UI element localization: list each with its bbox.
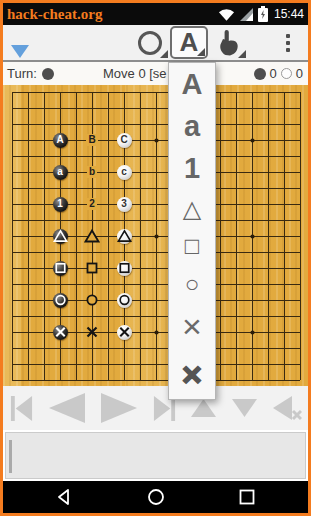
board-point[interactable] xyxy=(52,180,68,196)
board-point[interactable] xyxy=(52,85,68,100)
board-point[interactable] xyxy=(148,292,164,308)
menu-item-mark-cross[interactable]: × xyxy=(169,302,215,350)
board-point[interactable] xyxy=(20,340,36,356)
board-point[interactable] xyxy=(20,196,36,212)
board-point[interactable] xyxy=(292,260,308,276)
board-point[interactable] xyxy=(20,308,36,324)
board-point[interactable] xyxy=(276,132,292,148)
board-point[interactable] xyxy=(132,196,148,212)
board-point[interactable] xyxy=(20,180,36,196)
board-point[interactable]: a xyxy=(52,164,68,180)
board-point[interactable] xyxy=(132,356,148,372)
next-move-button[interactable] xyxy=(99,391,140,425)
board-point[interactable] xyxy=(84,100,100,116)
board-point[interactable] xyxy=(68,116,84,132)
board-point[interactable] xyxy=(276,148,292,164)
board-point[interactable] xyxy=(228,164,244,180)
board-point[interactable] xyxy=(132,132,148,148)
board-point[interactable] xyxy=(276,228,292,244)
overflow-menu-button[interactable] xyxy=(275,26,301,59)
board-point[interactable] xyxy=(84,276,100,292)
board-point[interactable] xyxy=(100,244,116,260)
board-point[interactable] xyxy=(52,308,68,324)
board-point[interactable] xyxy=(68,228,84,244)
board-point[interactable] xyxy=(100,260,116,276)
board-point[interactable] xyxy=(68,196,84,212)
black-stone[interactable]: 1 xyxy=(53,197,68,212)
board-point[interactable] xyxy=(100,100,116,116)
white-stone[interactable]: 3 xyxy=(117,197,132,212)
board-point[interactable] xyxy=(100,276,116,292)
board-point[interactable] xyxy=(84,180,100,196)
board-point[interactable] xyxy=(100,85,116,100)
board-point[interactable] xyxy=(276,244,292,260)
white-stone[interactable]: C xyxy=(117,133,132,148)
board-point[interactable] xyxy=(292,100,308,116)
board-point[interactable] xyxy=(36,196,52,212)
board-point[interactable] xyxy=(52,324,68,340)
board-point[interactable] xyxy=(36,228,52,244)
board-point[interactable] xyxy=(260,228,276,244)
board-point[interactable] xyxy=(228,260,244,276)
board-point[interactable] xyxy=(260,372,276,386)
board-point[interactable] xyxy=(52,340,68,356)
board-point[interactable] xyxy=(276,372,292,386)
board-point[interactable] xyxy=(244,100,260,116)
board-point[interactable] xyxy=(228,116,244,132)
board-point[interactable] xyxy=(132,260,148,276)
board-point[interactable] xyxy=(148,164,164,180)
board-point[interactable] xyxy=(228,340,244,356)
board-point[interactable] xyxy=(36,244,52,260)
board-point[interactable] xyxy=(132,292,148,308)
board-point[interactable] xyxy=(244,340,260,356)
board-point[interactable] xyxy=(276,356,292,372)
board-point[interactable] xyxy=(4,308,20,324)
board-point[interactable] xyxy=(132,340,148,356)
board-point[interactable] xyxy=(100,180,116,196)
board-point[interactable] xyxy=(116,148,132,164)
board-point[interactable] xyxy=(36,132,52,148)
board-point[interactable] xyxy=(68,356,84,372)
board-point[interactable] xyxy=(132,244,148,260)
board-point[interactable] xyxy=(260,276,276,292)
board-point[interactable] xyxy=(276,340,292,356)
board-point[interactable] xyxy=(4,276,20,292)
board-point[interactable] xyxy=(4,100,20,116)
board-point[interactable] xyxy=(84,148,100,164)
board-point[interactable] xyxy=(52,244,68,260)
board-point[interactable] xyxy=(276,164,292,180)
board-point[interactable] xyxy=(36,260,52,276)
board-point[interactable] xyxy=(84,116,100,132)
board-point[interactable] xyxy=(132,308,148,324)
board-point[interactable] xyxy=(292,212,308,228)
board-point[interactable] xyxy=(100,292,116,308)
board-point[interactable]: b xyxy=(84,164,100,180)
board-point[interactable] xyxy=(84,340,100,356)
board-point[interactable] xyxy=(100,356,116,372)
board-point[interactable] xyxy=(228,180,244,196)
board-point[interactable] xyxy=(116,340,132,356)
board-point[interactable] xyxy=(100,212,116,228)
board-point[interactable] xyxy=(68,148,84,164)
board-point[interactable] xyxy=(36,85,52,100)
board-point[interactable] xyxy=(228,308,244,324)
board-point[interactable] xyxy=(148,324,164,340)
board-point[interactable] xyxy=(84,356,100,372)
board-point[interactable] xyxy=(292,180,308,196)
board-point[interactable]: 2 xyxy=(84,196,100,212)
board-point[interactable] xyxy=(100,372,116,386)
board-point[interactable] xyxy=(100,132,116,148)
board-point[interactable] xyxy=(292,276,308,292)
board-point[interactable] xyxy=(260,116,276,132)
board-point[interactable] xyxy=(84,260,100,276)
variation-indicator-icon[interactable] xyxy=(11,45,29,58)
board-point[interactable] xyxy=(292,372,308,386)
board-point[interactable]: 3 xyxy=(116,196,132,212)
board-point[interactable] xyxy=(20,292,36,308)
white-stone[interactable] xyxy=(117,293,132,308)
board-point[interactable] xyxy=(276,212,292,228)
board-point[interactable] xyxy=(244,148,260,164)
board-point[interactable] xyxy=(148,148,164,164)
board-point[interactable] xyxy=(244,196,260,212)
board-point[interactable] xyxy=(36,340,52,356)
board-point[interactable] xyxy=(244,260,260,276)
board-point[interactable] xyxy=(20,228,36,244)
board-point[interactable] xyxy=(148,196,164,212)
white-stone[interactable] xyxy=(117,261,132,276)
board-point[interactable] xyxy=(276,276,292,292)
board-point[interactable] xyxy=(52,292,68,308)
board-point[interactable] xyxy=(116,228,132,244)
board-point[interactable] xyxy=(100,228,116,244)
board-point[interactable] xyxy=(116,180,132,196)
board-point[interactable] xyxy=(244,164,260,180)
board-point[interactable] xyxy=(20,212,36,228)
board-point[interactable] xyxy=(4,292,20,308)
board-point[interactable] xyxy=(260,340,276,356)
menu-item-mark-triangle[interactable]: △ xyxy=(169,190,215,227)
board-point[interactable] xyxy=(36,212,52,228)
board-point[interactable] xyxy=(68,260,84,276)
board-point[interactable] xyxy=(68,132,84,148)
board-point[interactable] xyxy=(68,324,84,340)
board-point[interactable] xyxy=(276,196,292,212)
board-point[interactable]: C xyxy=(116,132,132,148)
board-point[interactable] xyxy=(100,308,116,324)
board-point[interactable] xyxy=(20,148,36,164)
board-point[interactable] xyxy=(228,292,244,308)
board-point[interactable] xyxy=(116,100,132,116)
black-stone[interactable] xyxy=(53,293,68,308)
board-point[interactable] xyxy=(36,324,52,340)
board-point[interactable] xyxy=(260,324,276,340)
board-point[interactable] xyxy=(4,356,20,372)
previous-move-button[interactable] xyxy=(46,391,87,425)
board-point[interactable] xyxy=(4,228,20,244)
board-point[interactable] xyxy=(52,260,68,276)
board-point[interactable] xyxy=(244,276,260,292)
board-point[interactable] xyxy=(260,212,276,228)
board-point[interactable] xyxy=(52,228,68,244)
board-point[interactable] xyxy=(148,372,164,386)
board-point[interactable] xyxy=(20,116,36,132)
white-stone[interactable] xyxy=(117,325,132,340)
board-point[interactable] xyxy=(260,85,276,100)
next-variation-button[interactable] xyxy=(230,397,259,419)
board-point[interactable] xyxy=(132,164,148,180)
board-point[interactable] xyxy=(100,148,116,164)
play-stone-tool-button[interactable] xyxy=(131,26,169,59)
board-point[interactable] xyxy=(68,180,84,196)
board-point[interactable] xyxy=(116,372,132,386)
board-point[interactable] xyxy=(228,85,244,100)
board-point[interactable] xyxy=(228,148,244,164)
board-point[interactable] xyxy=(132,100,148,116)
board-point[interactable] xyxy=(36,356,52,372)
board-point[interactable] xyxy=(244,85,260,100)
board-point[interactable] xyxy=(52,148,68,164)
board-point[interactable] xyxy=(116,244,132,260)
board-point[interactable] xyxy=(84,85,100,100)
board-point[interactable] xyxy=(260,148,276,164)
board-point[interactable] xyxy=(116,85,132,100)
board-point[interactable] xyxy=(148,308,164,324)
board-point[interactable] xyxy=(20,132,36,148)
board-point[interactable] xyxy=(68,308,84,324)
board-point[interactable] xyxy=(276,324,292,340)
board-point[interactable] xyxy=(132,324,148,340)
board-point[interactable] xyxy=(84,324,100,340)
board-point[interactable] xyxy=(244,356,260,372)
board-point[interactable] xyxy=(20,372,36,386)
board-point[interactable] xyxy=(116,116,132,132)
board-point[interactable] xyxy=(132,372,148,386)
board-point[interactable] xyxy=(100,116,116,132)
board-point[interactable] xyxy=(84,292,100,308)
board-point[interactable] xyxy=(20,244,36,260)
board-point[interactable] xyxy=(148,85,164,100)
menu-item-mark-circle[interactable]: ○ xyxy=(169,265,215,302)
board-point[interactable] xyxy=(116,260,132,276)
board-point[interactable] xyxy=(68,292,84,308)
board-point[interactable] xyxy=(52,356,68,372)
board-point[interactable] xyxy=(84,244,100,260)
board-point[interactable] xyxy=(68,244,84,260)
board-point[interactable] xyxy=(260,180,276,196)
board-point[interactable] xyxy=(244,372,260,386)
board-point[interactable] xyxy=(148,228,164,244)
board-point[interactable] xyxy=(244,308,260,324)
board-point[interactable] xyxy=(148,340,164,356)
board-point[interactable] xyxy=(244,324,260,340)
board-point[interactable] xyxy=(4,148,20,164)
board-point[interactable] xyxy=(20,164,36,180)
board-point[interactable] xyxy=(52,372,68,386)
board-point[interactable] xyxy=(116,212,132,228)
board-point[interactable] xyxy=(276,100,292,116)
board-point[interactable] xyxy=(132,116,148,132)
hand-tool-button[interactable] xyxy=(209,26,247,59)
board-point[interactable] xyxy=(100,164,116,180)
board-point[interactable] xyxy=(244,180,260,196)
board-point[interactable] xyxy=(244,116,260,132)
board-point[interactable] xyxy=(260,308,276,324)
board-point[interactable] xyxy=(228,100,244,116)
board-point[interactable] xyxy=(228,372,244,386)
board-point[interactable] xyxy=(100,340,116,356)
board-point[interactable] xyxy=(36,372,52,386)
board-point[interactable] xyxy=(36,164,52,180)
board-point[interactable] xyxy=(260,100,276,116)
board-point[interactable] xyxy=(276,116,292,132)
board-point[interactable] xyxy=(4,196,20,212)
board-point[interactable] xyxy=(260,292,276,308)
board-point[interactable] xyxy=(100,196,116,212)
board-point[interactable] xyxy=(148,356,164,372)
board-point[interactable] xyxy=(116,324,132,340)
board-point[interactable] xyxy=(84,212,100,228)
board-point[interactable] xyxy=(116,356,132,372)
board-point[interactable] xyxy=(116,276,132,292)
black-stone[interactable] xyxy=(53,229,68,244)
board-point[interactable] xyxy=(260,196,276,212)
board-point[interactable] xyxy=(276,85,292,100)
menu-item-label-uppercase[interactable]: A xyxy=(169,63,215,105)
label-tool-button-selected[interactable]: A xyxy=(170,26,208,59)
board-point[interactable] xyxy=(4,324,20,340)
white-stone[interactable] xyxy=(117,229,132,244)
board-point[interactable] xyxy=(292,148,308,164)
board-point[interactable] xyxy=(4,85,20,100)
board-point[interactable] xyxy=(148,244,164,260)
board-point[interactable] xyxy=(84,308,100,324)
board-point[interactable] xyxy=(36,180,52,196)
board-point[interactable] xyxy=(52,276,68,292)
board-point[interactable] xyxy=(84,372,100,386)
board-point[interactable] xyxy=(228,132,244,148)
board-point[interactable]: 1 xyxy=(52,196,68,212)
board-point[interactable] xyxy=(148,180,164,196)
board-point[interactable] xyxy=(228,324,244,340)
menu-item-label-number[interactable]: 1 xyxy=(169,148,215,190)
undo-delete-button[interactable] xyxy=(271,395,302,422)
board-point[interactable] xyxy=(292,132,308,148)
board-point[interactable] xyxy=(244,212,260,228)
board-point[interactable] xyxy=(148,260,164,276)
board-point[interactable] xyxy=(116,308,132,324)
board-point[interactable] xyxy=(132,276,148,292)
board-point[interactable] xyxy=(260,132,276,148)
board-point[interactable] xyxy=(116,292,132,308)
skip-to-start-button[interactable] xyxy=(9,394,34,423)
board-point[interactable] xyxy=(148,132,164,148)
board-point[interactable] xyxy=(68,340,84,356)
board-point[interactable] xyxy=(68,164,84,180)
board-point[interactable] xyxy=(4,180,20,196)
black-stone[interactable] xyxy=(53,325,68,340)
board-point[interactable] xyxy=(4,116,20,132)
board-point[interactable] xyxy=(132,180,148,196)
board-point[interactable] xyxy=(52,100,68,116)
board-point[interactable] xyxy=(228,228,244,244)
recents-button[interactable] xyxy=(238,488,256,506)
board-point[interactable] xyxy=(292,228,308,244)
board-point[interactable] xyxy=(292,308,308,324)
white-stone[interactable]: c xyxy=(117,165,132,180)
comment-scrollbar[interactable] xyxy=(9,440,12,473)
board-point[interactable] xyxy=(132,228,148,244)
board-point[interactable] xyxy=(132,212,148,228)
board-point[interactable] xyxy=(244,244,260,260)
board-point[interactable] xyxy=(228,244,244,260)
board-point[interactable] xyxy=(4,244,20,260)
board-point[interactable] xyxy=(36,308,52,324)
board-point[interactable] xyxy=(228,212,244,228)
board-point[interactable] xyxy=(292,244,308,260)
back-button[interactable] xyxy=(55,488,73,506)
board-point[interactable] xyxy=(148,212,164,228)
board-point[interactable] xyxy=(228,356,244,372)
board-point[interactable] xyxy=(68,212,84,228)
board-point[interactable] xyxy=(68,100,84,116)
board-point[interactable] xyxy=(20,85,36,100)
board-point[interactable] xyxy=(260,164,276,180)
board-point[interactable] xyxy=(4,132,20,148)
board-point[interactable] xyxy=(68,85,84,100)
board-point[interactable] xyxy=(20,100,36,116)
board-point[interactable] xyxy=(292,85,308,100)
board-point[interactable] xyxy=(20,260,36,276)
board-point[interactable] xyxy=(4,340,20,356)
board-point[interactable] xyxy=(4,372,20,386)
board-point[interactable] xyxy=(244,228,260,244)
menu-item-label-lowercase[interactable]: a xyxy=(169,105,215,147)
board-point[interactable] xyxy=(100,324,116,340)
board-point[interactable] xyxy=(292,196,308,212)
board-point[interactable] xyxy=(228,196,244,212)
board-point[interactable] xyxy=(4,164,20,180)
board-point[interactable] xyxy=(292,324,308,340)
board-point[interactable]: B xyxy=(84,132,100,148)
board-point[interactable] xyxy=(276,260,292,276)
board-point[interactable] xyxy=(292,164,308,180)
board-point[interactable] xyxy=(36,148,52,164)
menu-item-mark-square[interactable]: □ xyxy=(169,228,215,265)
board-point[interactable] xyxy=(36,276,52,292)
board-point[interactable] xyxy=(292,116,308,132)
board-point[interactable] xyxy=(20,356,36,372)
board-point[interactable] xyxy=(36,116,52,132)
board-point[interactable] xyxy=(276,308,292,324)
board-point[interactable] xyxy=(292,340,308,356)
board-point[interactable] xyxy=(244,292,260,308)
board-point[interactable] xyxy=(20,324,36,340)
board-point[interactable]: A xyxy=(52,132,68,148)
board-point[interactable] xyxy=(228,276,244,292)
black-stone[interactable]: A xyxy=(53,133,68,148)
board-point[interactable] xyxy=(260,244,276,260)
black-stone[interactable] xyxy=(53,261,68,276)
board-point[interactable] xyxy=(260,356,276,372)
go-board[interactable]: ABCabc123 xyxy=(3,85,308,386)
board-point[interactable] xyxy=(148,116,164,132)
board-point[interactable] xyxy=(132,148,148,164)
board-point[interactable] xyxy=(260,260,276,276)
